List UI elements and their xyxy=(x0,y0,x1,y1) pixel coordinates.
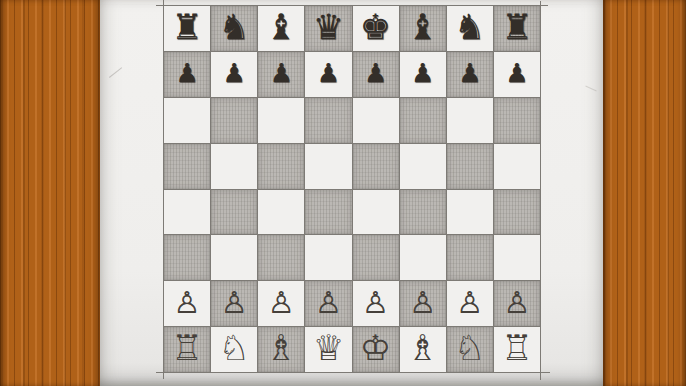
square-f6 xyxy=(400,98,446,143)
white-rook: ♖ xyxy=(171,331,202,366)
square-b7: ♟ xyxy=(211,52,257,97)
square-d8: ♛ xyxy=(305,6,351,51)
square-d6 xyxy=(305,98,351,143)
square-e2: ♙ xyxy=(353,281,399,326)
square-d1: ♕ xyxy=(305,327,351,372)
square-a3 xyxy=(164,235,210,280)
square-e6 xyxy=(353,98,399,143)
square-a4 xyxy=(164,190,210,235)
square-c6 xyxy=(258,98,304,143)
wood-table-right xyxy=(603,0,686,386)
black-queen: ♛ xyxy=(313,10,344,45)
square-c7: ♟ xyxy=(258,52,304,97)
square-h3 xyxy=(494,235,540,280)
square-g4 xyxy=(447,190,493,235)
square-h6 xyxy=(494,98,540,143)
square-c1: ♗ xyxy=(258,327,304,372)
square-e8: ♚ xyxy=(353,6,399,51)
white-pawn: ♙ xyxy=(221,288,248,318)
white-pawn: ♙ xyxy=(456,288,483,318)
square-g3 xyxy=(447,235,493,280)
square-b2: ♙ xyxy=(211,281,257,326)
square-a7: ♟ xyxy=(164,52,210,97)
square-a2: ♙ xyxy=(164,281,210,326)
white-king: ♔ xyxy=(360,331,391,366)
white-queen: ♕ xyxy=(313,331,344,366)
white-pawn: ♙ xyxy=(409,288,436,318)
square-h4 xyxy=(494,190,540,235)
square-a5 xyxy=(164,144,210,189)
chess-board: ♜♞♝♛♚♝♞♜♟♟♟♟♟♟♟♟♙♙♙♙♙♙♙♙♖♘♗♕♔♗♘♖ xyxy=(163,5,541,373)
square-e4 xyxy=(353,190,399,235)
square-g5 xyxy=(447,144,493,189)
board-corner-tick xyxy=(540,371,541,380)
white-pawn: ♙ xyxy=(268,288,295,318)
square-f7: ♟ xyxy=(400,52,446,97)
square-d4 xyxy=(305,190,351,235)
black-king: ♚ xyxy=(360,10,391,45)
wood-table-left xyxy=(0,0,100,386)
square-e3 xyxy=(353,235,399,280)
square-c4 xyxy=(258,190,304,235)
square-d3 xyxy=(305,235,351,280)
white-bishop: ♗ xyxy=(407,331,438,366)
square-b4 xyxy=(211,190,257,235)
square-h8: ♜ xyxy=(494,6,540,51)
square-a1: ♖ xyxy=(164,327,210,372)
square-h7: ♟ xyxy=(494,52,540,97)
square-g1: ♘ xyxy=(447,327,493,372)
black-knight: ♞ xyxy=(218,10,249,45)
black-pawn: ♟ xyxy=(364,60,387,86)
black-knight: ♞ xyxy=(454,10,485,45)
square-h2: ♙ xyxy=(494,281,540,326)
square-g8: ♞ xyxy=(447,6,493,51)
square-d2: ♙ xyxy=(305,281,351,326)
white-pawn: ♙ xyxy=(362,288,389,318)
square-a6 xyxy=(164,98,210,143)
square-f8: ♝ xyxy=(400,6,446,51)
square-f4 xyxy=(400,190,446,235)
square-c3 xyxy=(258,235,304,280)
black-pawn: ♟ xyxy=(505,60,528,86)
square-e1: ♔ xyxy=(353,327,399,372)
square-f2: ♙ xyxy=(400,281,446,326)
square-f3 xyxy=(400,235,446,280)
square-g7: ♟ xyxy=(447,52,493,97)
paper-sheet: ♜♞♝♛♚♝♞♜♟♟♟♟♟♟♟♟♙♙♙♙♙♙♙♙♖♘♗♕♔♗♘♖ xyxy=(100,0,603,386)
pencil-smudge xyxy=(98,53,122,78)
square-b5 xyxy=(211,144,257,189)
board-corner-tick xyxy=(163,371,164,379)
square-a8: ♜ xyxy=(164,6,210,51)
square-b3 xyxy=(211,235,257,280)
black-bishop: ♝ xyxy=(266,10,297,45)
square-d7: ♟ xyxy=(305,52,351,97)
square-f5 xyxy=(400,144,446,189)
square-b1: ♘ xyxy=(211,327,257,372)
black-pawn: ♟ xyxy=(317,60,340,86)
white-bishop: ♗ xyxy=(266,331,297,366)
white-knight: ♘ xyxy=(218,331,249,366)
board-corner-tick xyxy=(540,1,541,7)
white-knight: ♘ xyxy=(454,331,485,366)
black-bishop: ♝ xyxy=(407,10,438,45)
black-pawn: ♟ xyxy=(223,60,246,86)
white-pawn: ♙ xyxy=(174,288,201,318)
black-rook: ♜ xyxy=(171,10,202,45)
square-e7: ♟ xyxy=(353,52,399,97)
white-rook: ♖ xyxy=(501,331,532,366)
black-pawn: ♟ xyxy=(175,60,198,86)
square-b8: ♞ xyxy=(211,6,257,51)
white-pawn: ♙ xyxy=(315,288,342,318)
square-g2: ♙ xyxy=(447,281,493,326)
square-f1: ♗ xyxy=(400,327,446,372)
square-h1: ♖ xyxy=(494,327,540,372)
square-c2: ♙ xyxy=(258,281,304,326)
square-c5 xyxy=(258,144,304,189)
square-b6 xyxy=(211,98,257,143)
square-g6 xyxy=(447,98,493,143)
white-pawn: ♙ xyxy=(503,288,530,318)
square-e5 xyxy=(353,144,399,189)
black-pawn: ♟ xyxy=(411,60,434,86)
black-pawn: ♟ xyxy=(458,60,481,86)
square-d5 xyxy=(305,144,351,189)
black-pawn: ♟ xyxy=(270,60,293,86)
photo-of-hand-drawn-chessboard: ♜♞♝♛♚♝♞♜♟♟♟♟♟♟♟♟♙♙♙♙♙♙♙♙♖♘♗♕♔♗♘♖ xyxy=(0,0,686,386)
square-c8: ♝ xyxy=(258,6,304,51)
black-rook: ♜ xyxy=(501,10,532,45)
square-h5 xyxy=(494,144,540,189)
pencil-smudge xyxy=(585,86,596,92)
